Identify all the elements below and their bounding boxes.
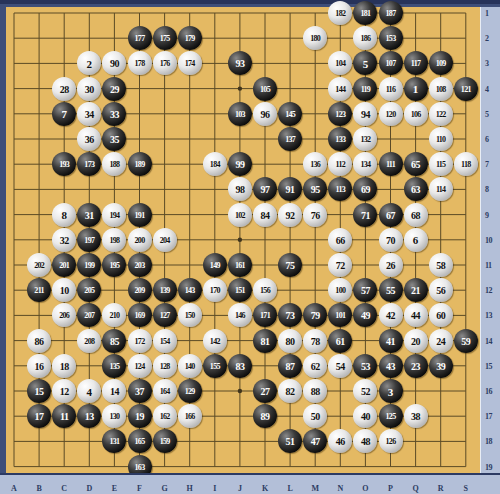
move-number: 143 — [185, 287, 195, 295]
stone-black-move-29-at-E4[interactable]: 29 — [102, 77, 126, 101]
move-number: 132 — [360, 136, 370, 144]
stone-white-move-80-at-L14[interactable]: 80 — [278, 329, 302, 353]
stone-black-move-85-at-E14[interactable]: 85 — [102, 329, 126, 353]
stone-white-move-28-at-C4[interactable]: 28 — [52, 77, 76, 101]
stone-black-move-193-at-C7[interactable]: 193 — [52, 152, 76, 176]
move-number: 123 — [335, 110, 345, 118]
stone-black-move-109-at-R3[interactable]: 109 — [429, 51, 453, 75]
stone-black-move-11-at-C17[interactable]: 11 — [52, 404, 76, 428]
stone-black-move-189-at-F7[interactable]: 189 — [128, 152, 152, 176]
move-number: 54 — [336, 361, 345, 371]
move-number: 12 — [60, 387, 69, 397]
move-number: 48 — [361, 437, 370, 447]
stone-white-move-68-at-Q9[interactable]: 68 — [404, 203, 428, 227]
stone-black-move-71-at-O9[interactable]: 71 — [353, 203, 377, 227]
move-number: 107 — [386, 60, 396, 68]
stone-black-move-165-at-F18[interactable]: 165 — [128, 429, 152, 453]
stone-black-move-161-at-J11[interactable]: 161 — [228, 253, 252, 277]
stone-white-move-10-at-C12[interactable]: 10 — [52, 278, 76, 302]
stone-black-move-15-at-B16[interactable]: 15 — [27, 379, 51, 403]
stone-white-move-52-at-O16[interactable]: 52 — [353, 379, 377, 403]
stone-black-move-47-at-M18[interactable]: 47 — [303, 429, 327, 453]
stone-black-move-121-at-S4[interactable]: 121 — [454, 77, 478, 101]
stone-white-move-166-at-H17[interactable]: 166 — [178, 404, 202, 428]
stone-white-move-60-at-R13[interactable]: 60 — [429, 303, 453, 327]
move-number: 2 — [87, 58, 93, 69]
stone-white-move-172-at-F14[interactable]: 172 — [128, 329, 152, 353]
move-number: 68 — [411, 210, 420, 220]
move-number: 182 — [335, 10, 345, 18]
stone-black-move-97-at-K8[interactable]: 97 — [253, 177, 277, 201]
stone-black-move-111-at-P7[interactable]: 111 — [379, 152, 403, 176]
stone-white-move-122-at-R5[interactable]: 122 — [429, 102, 453, 126]
stone-white-move-118-at-S7[interactable]: 118 — [454, 152, 478, 176]
stone-white-move-204-at-G10[interactable]: 204 — [153, 228, 177, 252]
stone-white-move-32-at-C10[interactable]: 32 — [52, 228, 76, 252]
stone-white-move-46-at-N18[interactable]: 46 — [328, 429, 352, 453]
stone-black-move-171-at-K13[interactable]: 171 — [253, 303, 277, 327]
stone-black-move-5-at-O3[interactable]: 5 — [353, 51, 377, 75]
stone-black-move-13-at-D17[interactable]: 13 — [77, 404, 101, 428]
stone-black-move-63-at-Q8[interactable]: 63 — [404, 177, 428, 201]
move-number: 90 — [110, 59, 119, 69]
stone-white-move-142-at-I14[interactable]: 142 — [203, 329, 227, 353]
move-number: 127 — [160, 312, 170, 320]
stone-black-move-181-at-O1[interactable]: 181 — [353, 1, 377, 25]
stone-white-move-20-at-Q14[interactable]: 20 — [404, 329, 428, 353]
stone-black-move-57-at-O12[interactable]: 57 — [353, 278, 377, 302]
stone-white-move-110-at-R6[interactable]: 110 — [429, 127, 453, 151]
stone-black-move-207-at-D13[interactable]: 207 — [77, 303, 101, 327]
stone-white-move-56-at-R12[interactable]: 56 — [429, 278, 453, 302]
stone-black-move-143-at-H12[interactable]: 143 — [178, 278, 202, 302]
stone-white-move-18-at-C15[interactable]: 18 — [52, 354, 76, 378]
move-number: 163 — [135, 463, 145, 471]
stone-white-move-36-at-D6[interactable]: 36 — [77, 127, 101, 151]
move-number: 179 — [185, 35, 195, 43]
stone-black-move-173-at-D7[interactable]: 173 — [77, 152, 101, 176]
stone-white-move-120-at-P5[interactable]: 120 — [379, 102, 403, 126]
stone-black-move-137-at-L6[interactable]: 137 — [278, 127, 302, 151]
move-number: 14 — [110, 387, 119, 397]
stone-black-move-1-at-Q4[interactable]: 1 — [404, 77, 428, 101]
stone-black-move-75-at-L11[interactable]: 75 — [278, 253, 302, 277]
move-number: 26 — [386, 261, 395, 271]
stone-white-move-38-at-Q17[interactable]: 38 — [404, 404, 428, 428]
move-number: 150 — [185, 312, 195, 320]
stone-white-move-34-at-D5[interactable]: 34 — [77, 102, 101, 126]
stone-black-move-197-at-D10[interactable]: 197 — [77, 228, 101, 252]
stone-black-move-175-at-G2[interactable]: 175 — [153, 26, 177, 50]
stone-white-move-150-at-H13[interactable]: 150 — [178, 303, 202, 327]
stone-black-move-101-at-N13[interactable]: 101 — [328, 303, 352, 327]
move-number: 13 — [85, 412, 94, 422]
move-number: 162 — [160, 413, 170, 421]
stone-black-move-93-at-J3[interactable]: 93 — [228, 51, 252, 75]
stone-black-move-209-at-F12[interactable]: 209 — [128, 278, 152, 302]
move-number: 19 — [135, 412, 144, 422]
stone-white-move-62-at-M15[interactable]: 62 — [303, 354, 327, 378]
stone-white-move-2-at-D3[interactable]: 2 — [77, 51, 101, 75]
stone-white-move-14-at-E16[interactable]: 14 — [102, 379, 126, 403]
column-label-N: N — [337, 484, 343, 493]
row-label-17: 17 — [485, 412, 492, 421]
stone-white-move-126-at-P18[interactable]: 126 — [379, 429, 403, 453]
stone-black-move-83-at-J15[interactable]: 83 — [228, 354, 252, 378]
stone-white-move-174-at-H3[interactable]: 174 — [178, 51, 202, 75]
column-label-K: K — [262, 484, 268, 493]
move-number: 116 — [386, 85, 395, 93]
stone-black-move-151-at-J12[interactable]: 151 — [228, 278, 252, 302]
stone-white-move-210-at-E13[interactable]: 210 — [102, 303, 126, 327]
stone-black-move-119-at-O4[interactable]: 119 — [353, 77, 377, 101]
stone-black-move-67-at-P9[interactable]: 67 — [379, 203, 403, 227]
stone-black-move-81-at-K14[interactable]: 81 — [253, 329, 277, 353]
stone-black-move-51-at-L18[interactable]: 51 — [278, 429, 302, 453]
move-number: 56 — [436, 286, 445, 296]
stone-black-move-129-at-H16[interactable]: 129 — [178, 379, 202, 403]
stone-white-move-194-at-E9[interactable]: 194 — [102, 203, 126, 227]
stone-white-move-186-at-O2[interactable]: 186 — [353, 26, 377, 50]
stone-black-move-139-at-G12[interactable]: 139 — [153, 278, 177, 302]
stone-white-move-98-at-J8[interactable]: 98 — [228, 177, 252, 201]
stone-white-move-134-at-O7[interactable]: 134 — [353, 152, 377, 176]
stone-black-move-117-at-Q3[interactable]: 117 — [404, 51, 428, 75]
stone-black-move-107-at-P3[interactable]: 107 — [379, 51, 403, 75]
stone-white-move-106-at-Q5[interactable]: 106 — [404, 102, 428, 126]
stone-black-move-87-at-L15[interactable]: 87 — [278, 354, 302, 378]
move-number: 139 — [160, 287, 170, 295]
stone-black-move-105-at-K4[interactable]: 105 — [253, 77, 277, 101]
row-label-11: 11 — [485, 261, 492, 270]
stone-white-move-184-at-I7[interactable]: 184 — [203, 152, 227, 176]
column-label-L: L — [287, 484, 292, 493]
move-number: 121 — [461, 85, 471, 93]
stone-black-move-135-at-E15[interactable]: 135 — [102, 354, 126, 378]
move-number: 98 — [235, 185, 244, 195]
row-label-4: 4 — [485, 84, 489, 93]
stone-white-move-130-at-E17[interactable]: 130 — [102, 404, 126, 428]
move-number: 169 — [135, 312, 145, 320]
move-number: 201 — [59, 262, 69, 270]
stone-white-move-12-at-C16[interactable]: 12 — [52, 379, 76, 403]
move-number: 23 — [411, 361, 420, 371]
column-label-S: S — [464, 484, 468, 493]
move-number: 111 — [386, 161, 395, 169]
stone-white-move-170-at-I12[interactable]: 170 — [203, 278, 227, 302]
move-number: 114 — [436, 186, 445, 194]
stone-black-move-23-at-Q15[interactable]: 23 — [404, 354, 428, 378]
stone-white-move-188-at-E7[interactable]: 188 — [102, 152, 126, 176]
stone-white-move-94-at-O5[interactable]: 94 — [353, 102, 377, 126]
move-number: 115 — [436, 161, 445, 169]
stone-white-move-112-at-N7[interactable]: 112 — [328, 152, 352, 176]
row-label-9: 9 — [485, 210, 489, 219]
stone-white-move-92-at-L9[interactable]: 92 — [278, 203, 302, 227]
stone-white-move-144-at-N4[interactable]: 144 — [328, 77, 352, 101]
move-number: 103 — [235, 110, 245, 118]
move-number: 33 — [110, 109, 119, 119]
stone-white-move-30-at-D4[interactable]: 30 — [77, 77, 101, 101]
move-number: 30 — [85, 84, 94, 94]
stone-white-move-115-at-R7[interactable]: 115 — [429, 152, 453, 176]
column-label-strip: ABCDEFGHIJKLMNOPQRS — [0, 473, 500, 494]
stone-black-move-127-at-G13[interactable]: 127 — [153, 303, 177, 327]
stone-black-move-103-at-J5[interactable]: 103 — [228, 102, 252, 126]
move-number: 200 — [135, 236, 145, 244]
stone-black-move-159-at-G18[interactable]: 159 — [153, 429, 177, 453]
stone-white-move-116-at-P4[interactable]: 116 — [379, 77, 403, 101]
stone-black-move-19-at-F17[interactable]: 19 — [128, 404, 152, 428]
move-number: 87 — [286, 361, 295, 371]
stone-white-move-154-at-G14[interactable]: 154 — [153, 329, 177, 353]
column-label-I: I — [213, 484, 216, 493]
stone-white-move-180-at-M2[interactable]: 180 — [303, 26, 327, 50]
column-label-M: M — [311, 484, 319, 493]
stone-white-move-114-at-R8[interactable]: 114 — [429, 177, 453, 201]
stone-white-move-100-at-N12[interactable]: 100 — [328, 278, 352, 302]
move-number: 206 — [59, 312, 69, 320]
stone-black-move-89-at-K17[interactable]: 89 — [253, 404, 277, 428]
stone-black-move-201-at-C11[interactable]: 201 — [52, 253, 76, 277]
stone-white-move-164-at-G16[interactable]: 164 — [153, 379, 177, 403]
move-number: 194 — [109, 211, 119, 219]
stone-black-move-7-at-C5[interactable]: 7 — [52, 102, 76, 126]
move-number: 189 — [135, 161, 145, 169]
stone-white-move-146-at-J13[interactable]: 146 — [228, 303, 252, 327]
stone-white-move-40-at-O17[interactable]: 40 — [353, 404, 377, 428]
move-number: 5 — [363, 58, 369, 69]
stone-black-move-79-at-M13[interactable]: 79 — [303, 303, 327, 327]
stone-white-move-162-at-G17[interactable]: 162 — [153, 404, 177, 428]
go-board[interactable]: 1821811871771751791801861532901781761749… — [6, 7, 480, 473]
move-number: 89 — [261, 412, 270, 422]
move-number: 80 — [286, 336, 295, 346]
move-number: 122 — [436, 110, 446, 118]
stone-white-move-16-at-B15[interactable]: 16 — [27, 354, 51, 378]
stone-black-move-155-at-I15[interactable]: 155 — [203, 354, 227, 378]
stone-black-move-21-at-Q12[interactable]: 21 — [404, 278, 428, 302]
move-number: 210 — [109, 312, 119, 320]
column-label-A: A — [11, 484, 17, 493]
stone-white-move-48-at-O18[interactable]: 48 — [353, 429, 377, 453]
stone-white-move-24-at-R14[interactable]: 24 — [429, 329, 453, 353]
stone-black-move-49-at-O13[interactable]: 49 — [353, 303, 377, 327]
hoshi-point — [238, 86, 242, 90]
stone-black-move-73-at-L13[interactable]: 73 — [278, 303, 302, 327]
move-number: 208 — [84, 337, 94, 345]
stone-black-move-61-at-N14[interactable]: 61 — [328, 329, 352, 353]
move-number: 11 — [60, 412, 68, 422]
move-number: 21 — [411, 286, 420, 296]
move-number: 1 — [413, 84, 419, 95]
stone-black-move-211-at-B12[interactable]: 211 — [27, 278, 51, 302]
stone-black-move-145-at-L5[interactable]: 145 — [278, 102, 302, 126]
stone-black-move-53-at-O15[interactable]: 53 — [353, 354, 377, 378]
stone-black-move-65-at-Q7[interactable]: 65 — [404, 152, 428, 176]
stone-black-move-27-at-K16[interactable]: 27 — [253, 379, 277, 403]
stone-white-move-202-at-B11[interactable]: 202 — [27, 253, 51, 277]
stone-black-move-33-at-E5[interactable]: 33 — [102, 102, 126, 126]
column-label-G: G — [161, 484, 167, 493]
stone-white-move-66-at-N10[interactable]: 66 — [328, 228, 352, 252]
move-number: 15 — [35, 387, 44, 397]
stone-black-move-37-at-F16[interactable]: 37 — [128, 379, 152, 403]
stone-black-move-69-at-O8[interactable]: 69 — [353, 177, 377, 201]
stone-black-move-113-at-N8[interactable]: 113 — [328, 177, 352, 201]
stone-white-move-178-at-F3[interactable]: 178 — [128, 51, 152, 75]
move-number: 91 — [286, 185, 295, 195]
stone-white-move-132-at-O6[interactable]: 132 — [353, 127, 377, 151]
stone-white-move-26-at-P11[interactable]: 26 — [379, 253, 403, 277]
stone-black-move-149-at-I11[interactable]: 149 — [203, 253, 227, 277]
stone-white-move-42-at-P13[interactable]: 42 — [379, 303, 403, 327]
stone-black-move-41-at-P14[interactable]: 41 — [379, 329, 403, 353]
stone-black-move-133-at-N6[interactable]: 133 — [328, 127, 352, 151]
stone-white-move-72-at-N11[interactable]: 72 — [328, 253, 352, 277]
move-number: 73 — [286, 311, 295, 321]
move-number: 63 — [411, 185, 420, 195]
move-number: 8 — [61, 210, 67, 221]
stone-white-move-104-at-N3[interactable]: 104 — [328, 51, 352, 75]
stone-white-move-82-at-L16[interactable]: 82 — [278, 379, 302, 403]
stone-black-move-203-at-F11[interactable]: 203 — [128, 253, 152, 277]
move-number: 66 — [336, 235, 345, 245]
stone-white-move-54-at-N15[interactable]: 54 — [328, 354, 352, 378]
hoshi-point — [238, 389, 242, 393]
stone-white-move-44-at-Q13[interactable]: 44 — [404, 303, 428, 327]
stone-white-move-124-at-F15[interactable]: 124 — [128, 354, 152, 378]
stone-black-move-39-at-R15[interactable]: 39 — [429, 354, 453, 378]
stone-black-move-123-at-N5[interactable]: 123 — [328, 102, 352, 126]
stone-black-move-59-at-S14[interactable]: 59 — [454, 329, 478, 353]
stone-white-move-86-at-B14[interactable]: 86 — [27, 329, 51, 353]
stone-black-move-187-at-P1[interactable]: 187 — [379, 1, 403, 25]
move-number: 81 — [261, 336, 270, 346]
row-label-7: 7 — [485, 160, 489, 169]
move-number: 83 — [235, 361, 244, 371]
row-label-1: 1 — [485, 9, 489, 18]
stone-black-move-199-at-D11[interactable]: 199 — [77, 253, 101, 277]
move-number: 59 — [461, 336, 470, 346]
stone-black-move-35-at-E6[interactable]: 35 — [102, 127, 126, 151]
stone-white-move-140-at-H15[interactable]: 140 — [178, 354, 202, 378]
move-number: 31 — [85, 210, 94, 220]
stone-black-move-91-at-L8[interactable]: 91 — [278, 177, 302, 201]
move-number: 92 — [286, 210, 295, 220]
stone-black-move-55-at-P12[interactable]: 55 — [379, 278, 403, 302]
move-number: 7 — [61, 109, 67, 120]
move-number: 70 — [386, 235, 395, 245]
stone-white-move-78-at-M14[interactable]: 78 — [303, 329, 327, 353]
stone-black-move-17-at-B17[interactable]: 17 — [27, 404, 51, 428]
stone-white-move-176-at-G3[interactable]: 176 — [153, 51, 177, 75]
stone-white-move-90-at-E3[interactable]: 90 — [102, 51, 126, 75]
column-label-H: H — [187, 484, 193, 493]
stone-white-move-102-at-J9[interactable]: 102 — [228, 203, 252, 227]
move-number: 165 — [135, 438, 145, 446]
stone-white-move-50-at-M17[interactable]: 50 — [303, 404, 327, 428]
stone-white-move-208-at-D14[interactable]: 208 — [77, 329, 101, 353]
move-number: 209 — [135, 287, 145, 295]
move-number: 170 — [210, 287, 220, 295]
move-number: 156 — [260, 287, 270, 295]
row-label-12: 12 — [485, 286, 492, 295]
stone-black-move-177-at-F2[interactable]: 177 — [128, 26, 152, 50]
move-number: 60 — [436, 311, 445, 321]
move-number: 130 — [109, 413, 119, 421]
move-number: 105 — [260, 85, 270, 93]
move-number: 37 — [135, 387, 144, 397]
stone-white-move-88-at-M16[interactable]: 88 — [303, 379, 327, 403]
column-label-B: B — [36, 484, 41, 493]
stone-white-move-156-at-K12[interactable]: 156 — [253, 278, 277, 302]
stone-white-move-136-at-M7[interactable]: 136 — [303, 152, 327, 176]
stone-white-move-108-at-R4[interactable]: 108 — [429, 77, 453, 101]
stone-black-move-131-at-E18[interactable]: 131 — [102, 429, 126, 453]
stone-black-move-43-at-P15[interactable]: 43 — [379, 354, 403, 378]
stone-black-move-3-at-P16[interactable]: 3 — [379, 379, 403, 403]
move-number: 202 — [34, 262, 44, 270]
column-label-C: C — [61, 484, 67, 493]
move-number: 35 — [110, 135, 119, 145]
stone-black-move-191-at-F9[interactable]: 191 — [128, 203, 152, 227]
stone-black-move-125-at-P17[interactable]: 125 — [379, 404, 403, 428]
stone-black-move-205-at-D12[interactable]: 205 — [77, 278, 101, 302]
stone-white-move-198-at-E10[interactable]: 198 — [102, 228, 126, 252]
move-number: 93 — [235, 59, 244, 69]
row-label-19: 19 — [485, 462, 492, 471]
stone-white-move-128-at-G15[interactable]: 128 — [153, 354, 177, 378]
move-number: 61 — [336, 336, 345, 346]
move-number: 106 — [411, 110, 421, 118]
stone-white-move-58-at-R11[interactable]: 58 — [429, 253, 453, 277]
stone-black-move-95-at-M8[interactable]: 95 — [303, 177, 327, 201]
stone-white-move-76-at-M9[interactable]: 76 — [303, 203, 327, 227]
stone-black-move-31-at-D9[interactable]: 31 — [77, 203, 101, 227]
move-number: 199 — [84, 262, 94, 270]
move-number: 145 — [285, 110, 295, 118]
move-number: 161 — [235, 262, 245, 270]
move-number: 137 — [285, 136, 295, 144]
column-label-D: D — [86, 484, 92, 493]
stone-white-move-6-at-Q10[interactable]: 6 — [404, 228, 428, 252]
row-label-14: 14 — [485, 336, 492, 345]
stone-white-move-4-at-D16[interactable]: 4 — [77, 379, 101, 403]
stone-white-move-96-at-K5[interactable]: 96 — [253, 102, 277, 126]
move-number: 69 — [361, 185, 370, 195]
stone-white-move-70-at-P10[interactable]: 70 — [379, 228, 403, 252]
row-label-6: 6 — [485, 135, 489, 144]
stone-black-move-99-at-J7[interactable]: 99 — [228, 152, 252, 176]
stone-black-move-153-at-P2[interactable]: 153 — [379, 26, 403, 50]
move-number: 101 — [335, 312, 345, 320]
stone-white-move-200-at-F10[interactable]: 200 — [128, 228, 152, 252]
stone-white-move-84-at-K9[interactable]: 84 — [253, 203, 277, 227]
stone-white-move-182-at-N1[interactable]: 182 — [328, 1, 352, 25]
move-number: 38 — [411, 412, 420, 422]
stone-black-move-169-at-F13[interactable]: 169 — [128, 303, 152, 327]
move-number: 180 — [310, 35, 320, 43]
move-number: 181 — [360, 10, 370, 18]
stone-black-move-195-at-E11[interactable]: 195 — [102, 253, 126, 277]
stone-white-move-8-at-C9[interactable]: 8 — [52, 203, 76, 227]
move-number: 195 — [109, 262, 119, 270]
move-number: 17 — [35, 412, 44, 422]
stone-white-move-206-at-C13[interactable]: 206 — [52, 303, 76, 327]
move-number: 177 — [135, 35, 145, 43]
stone-black-move-179-at-H2[interactable]: 179 — [178, 26, 202, 50]
